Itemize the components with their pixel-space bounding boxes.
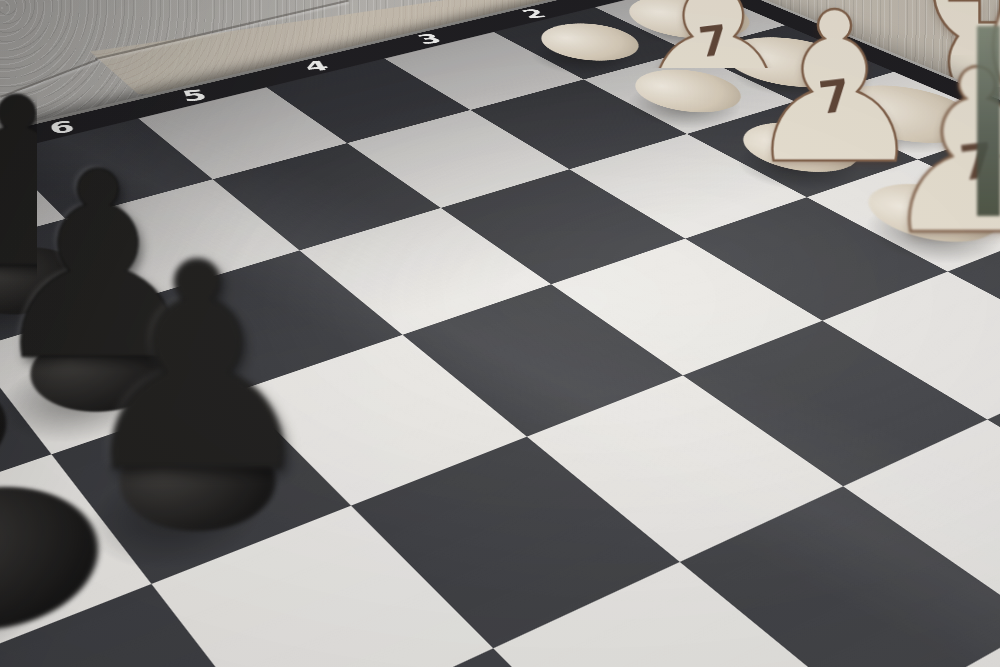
background-object (977, 26, 1000, 216)
chess-photo-scene: 87654321 ♚♝♞♜♟♟♟♟♟7♟7♟7♟7♟7♟7♟7♟7♜♞♝♛♚♝♞… (0, 0, 1000, 667)
chess-board: 87654321 ♚♝♞♜♟♟♟♟♟7♟7♟7♟7♟7♟7♟7♟7♜♞♝♛♚♝♞… (0, 0, 1000, 667)
black-king-icon: ♚ (0, 27, 273, 641)
pieces-layer: ♚♝♞♜♟♟♟♟♟7♟7♟7♟7♟7♟7♟7♟7♜♞♝♛♚♝♞♜ (0, 0, 1000, 667)
